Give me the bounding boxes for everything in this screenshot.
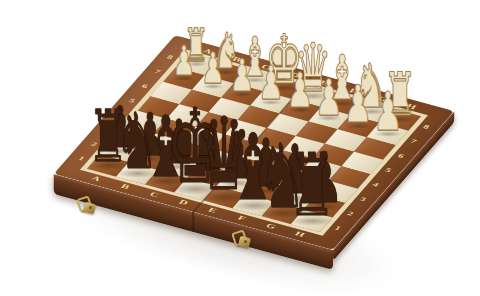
clasp-pin: [244, 240, 247, 243]
chess-set-photo: AABBCCDDEEFFGGHH1122334455667788 ♜♞♝♚♛♝♞…: [0, 0, 480, 296]
file-label-far-f: F: [348, 87, 360, 95]
file-label-far-d: D: [289, 71, 302, 79]
file-label-near-g: G: [264, 222, 277, 230]
rank-label-left-4: 4: [115, 112, 124, 119]
file-label-near-f: F: [236, 214, 248, 222]
file-label-near-a: A: [90, 175, 103, 183]
file-label-far-h: H: [405, 102, 418, 110]
rank-label-right-3: 3: [358, 196, 367, 203]
brass-clasp-right: [232, 231, 256, 249]
file-label-near-e: E: [207, 206, 219, 214]
rank-label-left-2: 2: [90, 141, 99, 148]
rank-label-left-6: 6: [140, 83, 149, 90]
rank-label-left-5: 5: [127, 97, 136, 104]
rank-label-right-1: 1: [333, 225, 342, 232]
rank-label-left-8: 8: [165, 54, 174, 61]
rank-label-right-4: 4: [371, 181, 380, 188]
brass-clasp-left: [77, 197, 101, 215]
file-label-near-d: D: [177, 198, 190, 206]
file-label-far-c: C: [260, 63, 273, 71]
file-label-near-h: H: [294, 230, 307, 238]
rank-label-right-2: 2: [346, 210, 355, 217]
file-label-far-a: A: [201, 47, 214, 55]
rank-label-right-7: 7: [409, 138, 418, 145]
rank-label-right-5: 5: [384, 167, 393, 174]
rank-label-left-1: 1: [77, 155, 86, 162]
file-label-near-b: B: [119, 183, 131, 191]
rank-label-left-3: 3: [102, 126, 111, 133]
file-label-far-g: G: [376, 95, 389, 103]
file-label-far-e: E: [318, 79, 330, 87]
fold-seam-side: [192, 212, 194, 233]
rank-label-right-6: 6: [396, 152, 405, 159]
rank-label-right-8: 8: [422, 123, 431, 130]
file-label-far-b: B: [231, 55, 243, 63]
rank-label-left-7: 7: [153, 68, 162, 75]
file-label-near-c: C: [148, 190, 161, 198]
clasp-pin: [89, 206, 92, 209]
